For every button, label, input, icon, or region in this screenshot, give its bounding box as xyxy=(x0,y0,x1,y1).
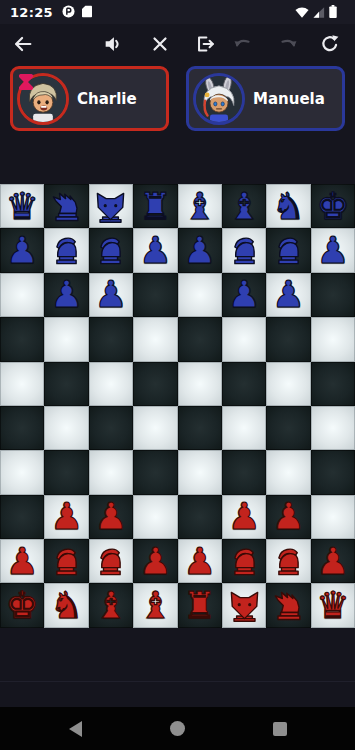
square-h7[interactable] xyxy=(311,317,355,361)
speaker-icon xyxy=(102,33,124,58)
avatar-charlie xyxy=(17,73,69,125)
square-d9[interactable]: ♟ xyxy=(133,228,177,272)
redo-arrow-icon xyxy=(277,33,299,58)
square-e7[interactable] xyxy=(178,317,222,361)
wifi-icon xyxy=(295,3,309,22)
square-e1[interactable]: ♜ xyxy=(178,583,222,627)
square-h5[interactable] xyxy=(311,406,355,450)
piece-red-pawn[interactable]: ♟ xyxy=(89,495,133,539)
hourglass-icon xyxy=(16,72,36,92)
piece-red-helmet[interactable] xyxy=(266,539,310,583)
square-e9[interactable]: ♟ xyxy=(178,228,222,272)
piece-blue-pawn[interactable]: ♟ xyxy=(178,228,222,272)
square-h2[interactable]: ♟ xyxy=(311,539,355,583)
piece-blue-wolf[interactable] xyxy=(44,184,88,228)
piece-blue-helmet[interactable] xyxy=(266,228,310,272)
square-e6[interactable] xyxy=(178,362,222,406)
square-c8[interactable]: ♟ xyxy=(89,273,133,317)
piece-red-pawn[interactable]: ♟ xyxy=(266,495,310,539)
clock-text: 12:25 xyxy=(10,5,53,20)
square-a7[interactable] xyxy=(0,317,44,361)
piece-red-bishop[interactable]: ♝ xyxy=(133,583,177,627)
player-cards-row: Charlie xyxy=(0,66,355,131)
square-h4[interactable] xyxy=(311,450,355,494)
android-nav-bar xyxy=(0,707,355,750)
square-b5[interactable] xyxy=(44,406,88,450)
piece-blue-pawn[interactable]: ♟ xyxy=(311,228,355,272)
square-a1[interactable]: ♚ xyxy=(0,583,44,627)
square-f1[interactable] xyxy=(222,583,266,627)
piece-blue-knight[interactable]: ♞ xyxy=(266,184,310,228)
square-a9[interactable]: ♟ xyxy=(0,228,44,272)
app-notification-icon xyxy=(62,3,75,22)
piece-red-pawn[interactable]: ♟ xyxy=(222,495,266,539)
piece-blue-queen[interactable]: ♛ xyxy=(0,184,44,228)
square-e10[interactable]: ♝ xyxy=(178,184,222,228)
square-f8[interactable]: ♟ xyxy=(222,273,266,317)
square-b6[interactable] xyxy=(44,362,88,406)
close-button[interactable] xyxy=(147,32,173,58)
square-c6[interactable] xyxy=(89,362,133,406)
piece-blue-king[interactable]: ♚ xyxy=(311,184,355,228)
square-h10[interactable]: ♚ xyxy=(311,184,355,228)
square-f5[interactable] xyxy=(222,406,266,450)
square-b2[interactable] xyxy=(44,539,88,583)
piece-blue-bishop[interactable]: ♝ xyxy=(222,184,266,228)
piece-red-pawn[interactable]: ♟ xyxy=(133,539,177,583)
square-d1[interactable]: ♝ xyxy=(133,583,177,627)
square-a3[interactable] xyxy=(0,495,44,539)
piece-red-wolf[interactable] xyxy=(266,583,310,627)
square-g2[interactable] xyxy=(266,539,310,583)
piece-red-rook[interactable]: ♜ xyxy=(178,583,222,627)
square-g6[interactable] xyxy=(266,362,310,406)
piece-red-bishop[interactable]: ♝ xyxy=(89,583,133,627)
piece-red-pawn[interactable]: ♟ xyxy=(311,539,355,583)
square-d8[interactable] xyxy=(133,273,177,317)
square-b3[interactable]: ♟ xyxy=(44,495,88,539)
piece-red-pawn[interactable]: ♟ xyxy=(44,495,88,539)
square-e5[interactable] xyxy=(178,406,222,450)
square-h3[interactable] xyxy=(311,495,355,539)
square-f9[interactable] xyxy=(222,228,266,272)
square-a6[interactable] xyxy=(0,362,44,406)
square-g4[interactable] xyxy=(266,450,310,494)
nav-recents-button[interactable] xyxy=(260,707,300,750)
avatar-manuela xyxy=(193,73,245,125)
piece-red-helmet[interactable] xyxy=(44,539,88,583)
square-b1[interactable]: ♞ xyxy=(44,583,88,627)
square-c5[interactable] xyxy=(89,406,133,450)
sound-button[interactable] xyxy=(100,32,126,58)
square-f2[interactable] xyxy=(222,539,266,583)
piece-blue-pawn[interactable]: ♟ xyxy=(266,273,310,317)
square-h6[interactable] xyxy=(311,362,355,406)
piece-blue-pawn[interactable]: ♟ xyxy=(44,273,88,317)
nav-home-button[interactable] xyxy=(157,707,197,750)
square-d2[interactable]: ♟ xyxy=(133,539,177,583)
piece-red-knight[interactable]: ♞ xyxy=(44,583,88,627)
piece-red-helmet[interactable] xyxy=(222,539,266,583)
square-b8[interactable]: ♟ xyxy=(44,273,88,317)
back-triangle-icon xyxy=(69,721,82,737)
logout-icon xyxy=(194,33,216,58)
square-g1[interactable] xyxy=(266,583,310,627)
square-e8[interactable] xyxy=(178,273,222,317)
piece-blue-fox[interactable] xyxy=(89,184,133,228)
square-d3[interactable] xyxy=(133,495,177,539)
nav-back-button[interactable] xyxy=(55,707,95,750)
piece-blue-helmet[interactable] xyxy=(222,228,266,272)
piece-blue-helmet[interactable] xyxy=(44,228,88,272)
redo-button[interactable] xyxy=(275,32,301,58)
square-c3[interactable]: ♟ xyxy=(89,495,133,539)
square-c1[interactable]: ♝ xyxy=(89,583,133,627)
square-f10[interactable]: ♝ xyxy=(222,184,266,228)
home-circle-icon xyxy=(170,721,185,736)
square-c7[interactable] xyxy=(89,317,133,361)
piece-blue-pawn[interactable]: ♟ xyxy=(89,273,133,317)
square-a5[interactable] xyxy=(0,406,44,450)
player-card-manuela[interactable]: Manuela xyxy=(186,66,345,131)
piece-blue-helmet[interactable] xyxy=(89,228,133,272)
square-h1[interactable]: ♛ xyxy=(311,583,355,627)
bottom-divider xyxy=(0,681,355,682)
refresh-icon xyxy=(319,33,341,58)
square-g5[interactable] xyxy=(266,406,310,450)
player-name-manuela: Manuela xyxy=(253,90,325,108)
piece-blue-rook[interactable]: ♜ xyxy=(133,184,177,228)
restart-button[interactable] xyxy=(317,32,343,58)
square-d7[interactable] xyxy=(133,317,177,361)
square-g3[interactable]: ♟ xyxy=(266,495,310,539)
square-c2[interactable] xyxy=(89,539,133,583)
leave-game-button[interactable] xyxy=(192,32,218,58)
piece-red-king[interactable]: ♚ xyxy=(0,583,44,627)
piece-red-pawn[interactable]: ♟ xyxy=(178,539,222,583)
square-g10[interactable]: ♞ xyxy=(266,184,310,228)
square-b4[interactable] xyxy=(44,450,88,494)
sd-card-icon xyxy=(82,3,92,22)
square-e2[interactable]: ♟ xyxy=(178,539,222,583)
piece-red-queen[interactable]: ♛ xyxy=(311,583,355,627)
square-g7[interactable] xyxy=(266,317,310,361)
recents-square-icon xyxy=(273,722,287,736)
piece-red-helmet[interactable] xyxy=(89,539,133,583)
undo-arrow-icon xyxy=(232,33,254,58)
square-d6[interactable] xyxy=(133,362,177,406)
app-screen: 12:25 xyxy=(0,0,355,750)
square-b10[interactable] xyxy=(44,184,88,228)
piece-blue-bishop[interactable]: ♝ xyxy=(178,184,222,228)
square-f4[interactable] xyxy=(222,450,266,494)
arrow-left-icon xyxy=(12,33,34,58)
square-h8[interactable] xyxy=(311,273,355,317)
piece-blue-pawn[interactable]: ♟ xyxy=(133,228,177,272)
square-f6[interactable] xyxy=(222,362,266,406)
piece-blue-pawn[interactable]: ♟ xyxy=(222,273,266,317)
square-g9[interactable] xyxy=(266,228,310,272)
chess-board: ♛♜♝♝♞♚♟♟♟♟♟♟♟♟♟♟♟♟♟♟♟♟♚♞♝♝♜♛ xyxy=(0,184,355,628)
undo-button[interactable] xyxy=(230,32,256,58)
square-a4[interactable] xyxy=(0,450,44,494)
cell-signal-icon xyxy=(313,3,325,22)
battery-icon xyxy=(329,3,337,22)
square-b9[interactable] xyxy=(44,228,88,272)
square-e3[interactable] xyxy=(178,495,222,539)
square-c10[interactable] xyxy=(89,184,133,228)
piece-red-pawn[interactable]: ♟ xyxy=(0,539,44,583)
square-a10[interactable]: ♛ xyxy=(0,184,44,228)
square-d4[interactable] xyxy=(133,450,177,494)
square-e4[interactable] xyxy=(178,450,222,494)
x-icon xyxy=(149,33,171,58)
square-d10[interactable]: ♜ xyxy=(133,184,177,228)
square-b7[interactable] xyxy=(44,317,88,361)
square-a8[interactable] xyxy=(0,273,44,317)
square-d5[interactable] xyxy=(133,406,177,450)
square-a2[interactable]: ♟ xyxy=(0,539,44,583)
square-c9[interactable] xyxy=(89,228,133,272)
square-f3[interactable]: ♟ xyxy=(222,495,266,539)
player-name-charlie: Charlie xyxy=(77,90,137,108)
back-button[interactable] xyxy=(10,32,36,58)
player-card-charlie[interactable]: Charlie xyxy=(10,66,169,131)
status-bar: 12:25 xyxy=(0,0,355,24)
square-f7[interactable] xyxy=(222,317,266,361)
toolbar xyxy=(0,24,355,64)
piece-blue-pawn[interactable]: ♟ xyxy=(0,228,44,272)
piece-red-fox[interactable] xyxy=(222,583,266,627)
square-c4[interactable] xyxy=(89,450,133,494)
square-h9[interactable]: ♟ xyxy=(311,228,355,272)
square-g8[interactable]: ♟ xyxy=(266,273,310,317)
